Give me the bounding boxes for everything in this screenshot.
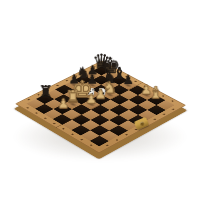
black-rook-glyph: ♜: [38, 84, 52, 100]
chess-set-product-photo: ♛♚♟♝♞♟♞♟♟♞♟♜♝♟♚♟♜♟: [0, 0, 200, 200]
white-pawn-3-glyph: ♟: [85, 92, 97, 105]
clasp-knob: [139, 121, 144, 126]
black-pawn-2-glyph: ♟: [122, 73, 133, 86]
scene: ♛♚♟♝♞♟♞♟♟♞♟♜♝♟♚♟♜♟: [0, 0, 200, 200]
white-bishop-glyph: ♝: [148, 85, 162, 101]
white-pawn-4-glyph: ♟: [57, 96, 69, 109]
pieces-layer: ♛♚♟♝♞♟♞♟♟♞♟♜♝♟♚♟♜♟: [26, 66, 174, 146]
chess-board: ♛♚♟♝♞♟♞♟♟♞♟♜♝♟♚♟♜♟: [15, 60, 186, 153]
board-frame: ♛♚♟♝♞♟♞♟♟♞♟♜♝♟♚♟♜♟: [15, 60, 186, 153]
